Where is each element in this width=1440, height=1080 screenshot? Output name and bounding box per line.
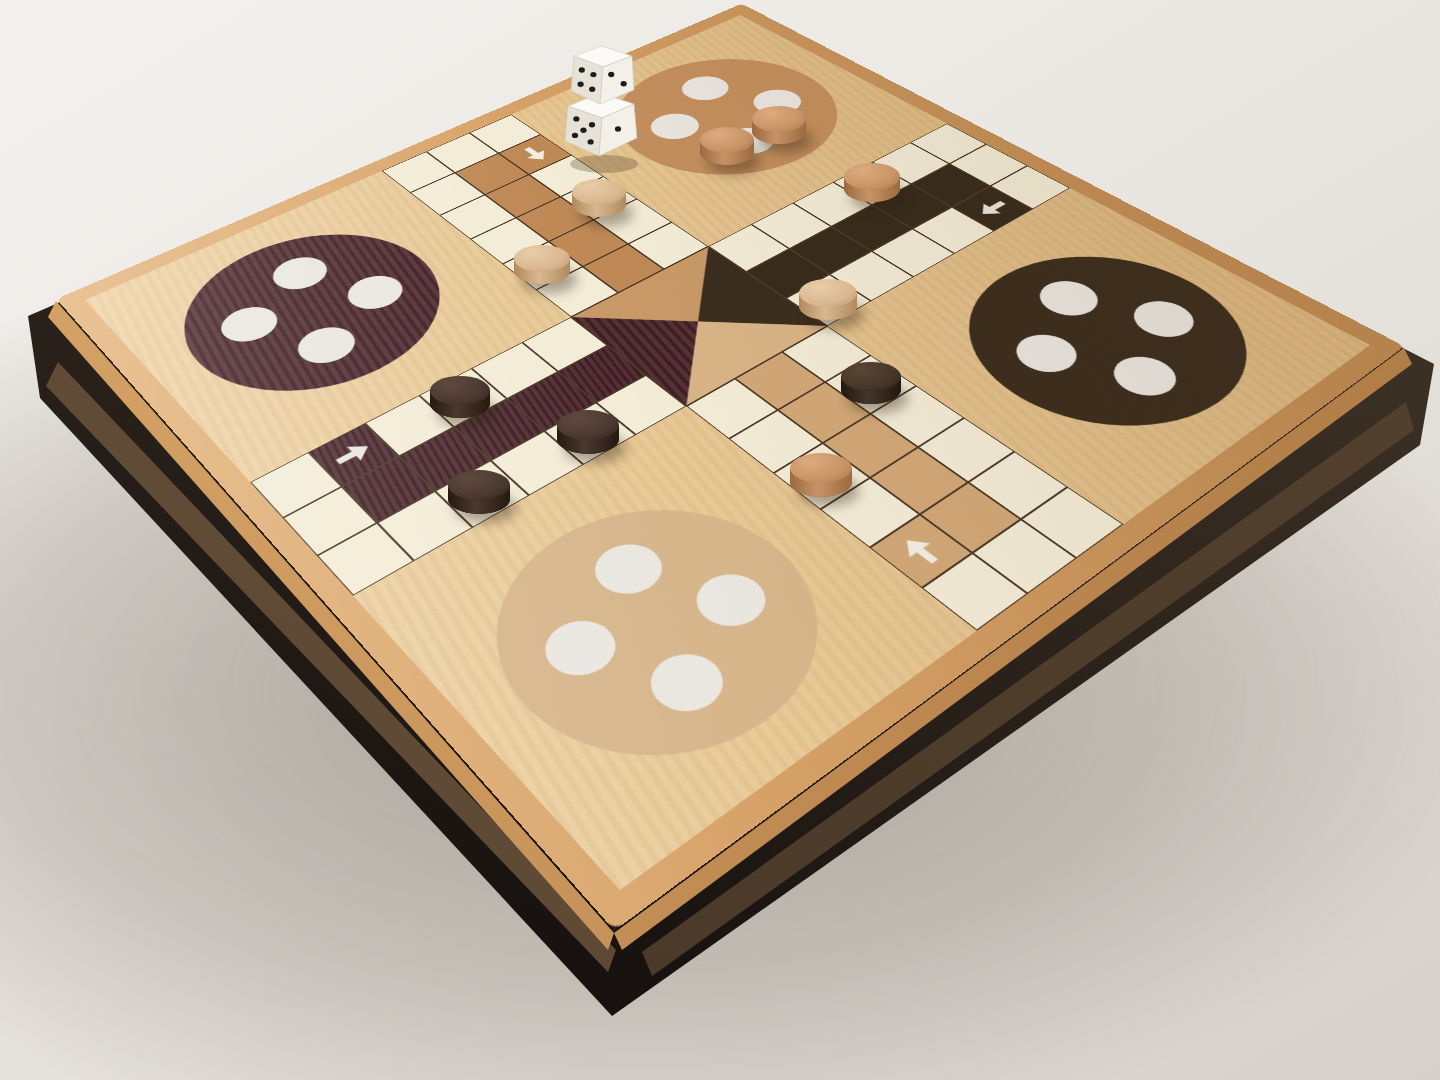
home-dot (1101, 349, 1188, 404)
home-dot (288, 320, 366, 371)
pawn-top (430, 376, 490, 405)
home-dot (683, 564, 780, 637)
pawn-maroon-3[interactable] (448, 470, 510, 514)
home-dot (582, 535, 676, 605)
home-dot (211, 300, 287, 349)
home-dot (531, 610, 629, 687)
home-dot (263, 251, 336, 296)
pawn-maple-1[interactable] (572, 179, 626, 217)
pawn-top (557, 410, 619, 440)
pawn-top (514, 245, 570, 272)
home-dot (672, 72, 738, 106)
pawn-maple-3[interactable] (799, 279, 857, 320)
pawn-espresso-1[interactable] (841, 362, 901, 404)
home-dot (1122, 294, 1206, 344)
pawn-top (799, 279, 857, 307)
dice-pair[interactable] (552, 42, 656, 174)
home-dot (1004, 327, 1089, 380)
pawn-camel-1[interactable] (700, 127, 754, 165)
pawn-top (752, 106, 806, 132)
home-dot (338, 269, 413, 316)
pawn-top (844, 163, 900, 190)
pawn-camel-3[interactable] (844, 163, 900, 202)
pawn-maple-2[interactable] (514, 245, 570, 284)
home-dot (1028, 274, 1110, 323)
pawn-maroon-2[interactable] (557, 410, 619, 454)
pawn-maroon-1[interactable] (430, 376, 490, 418)
pawn-top (572, 179, 626, 205)
pawn-top (448, 470, 510, 500)
pawn-camel-2[interactable] (752, 106, 806, 144)
pawn-top (841, 362, 901, 391)
scene (0, 0, 1440, 1080)
home-dot (636, 643, 737, 723)
pawn-top (790, 453, 852, 483)
pawn-top (700, 127, 754, 153)
pawn-camel-4[interactable] (790, 453, 852, 497)
